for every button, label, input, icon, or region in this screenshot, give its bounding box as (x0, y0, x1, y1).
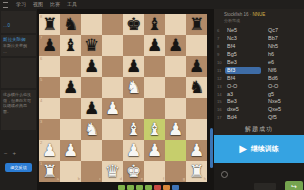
move-white-8[interactable]: Bf4 (225, 43, 266, 50)
result-square-5 (154, 185, 161, 190)
white-knight-e5[interactable]: ♞ (123, 77, 144, 98)
white-king-e1[interactable]: ♚ (123, 161, 144, 182)
play-icon: ▶ (239, 144, 247, 154)
square-a4[interactable]: 4 (39, 98, 60, 119)
rank-label-4: 4 (40, 99, 42, 103)
white-pawn-a2[interactable]: ♟ (39, 140, 60, 161)
continue-training-button[interactable]: ▶ 继续训练 (214, 135, 304, 163)
white-bishop-f3[interactable]: ♝ (144, 119, 165, 140)
square-e2[interactable]: ♟ (123, 140, 144, 161)
move-black-9[interactable]: h6 (266, 51, 304, 58)
white-rook-a1[interactable]: ♜ (39, 161, 60, 182)
move-white-16[interactable]: dxe5 (225, 106, 266, 113)
empty-card (1, 58, 36, 88)
menu-item-1[interactable]: 学习 (16, 0, 26, 9)
square-e5[interactable]: ♞ (123, 77, 144, 98)
square-h5[interactable]: ♞ (186, 77, 207, 98)
secondary-button[interactable] (254, 183, 276, 190)
square-e7[interactable] (123, 35, 144, 56)
move-row-11: 11Bf3Nf6 (214, 66, 304, 74)
square-c1[interactable]: c (81, 161, 102, 182)
menu-item-2[interactable]: 视图 (33, 0, 43, 9)
sidebar-score-card: …0 (1, 11, 36, 33)
panel-footer: ↪ (214, 163, 304, 190)
square-g8[interactable] (165, 14, 186, 35)
continue-training-label: 继续训练 (251, 144, 279, 154)
square-g4[interactable] (165, 98, 186, 119)
sidebar-top-link[interactable]: …0 (3, 23, 10, 28)
square-g6[interactable] (165, 56, 186, 77)
white-pawn-b2[interactable]: ♟ (60, 140, 81, 161)
move-row-17: 17Bd4Qf5 (214, 114, 304, 122)
square-g3[interactable]: ♟ (165, 119, 186, 140)
square-h3[interactable] (186, 119, 207, 140)
square-f5[interactable] (144, 77, 165, 98)
square-d6[interactable] (102, 56, 123, 77)
move-row-13: 13O-OO-O (214, 82, 304, 90)
square-b8[interactable]: ♞ (60, 14, 81, 35)
white-pawn-f2[interactable]: ♟ (144, 140, 165, 161)
engine-badge: NNUE (253, 12, 266, 17)
move-black-10[interactable]: e6 (266, 59, 304, 66)
square-f8[interactable]: ♝ (144, 14, 165, 35)
white-pawn-h2[interactable]: ♟ (186, 140, 207, 161)
file-label-b: b (78, 177, 80, 181)
result-square-7 (172, 185, 179, 190)
opening-card: 斯拉夫防御 半斯拉夫变例 … (1, 35, 36, 56)
white-queen-d1[interactable]: ♛ (102, 161, 123, 182)
move-row-12: 12Bf4Bd6 (214, 74, 304, 82)
square-g7[interactable]: ♟ (165, 35, 186, 56)
move-white-11[interactable]: Bf3 (225, 67, 261, 74)
square-g2[interactable] (165, 140, 186, 161)
black-pawn-b5[interactable]: ♟ (60, 77, 81, 98)
move-black-7[interactable]: Bb7 (266, 35, 304, 42)
square-b1[interactable]: b (60, 161, 81, 182)
move-number: 16 (214, 107, 225, 112)
move-white-6[interactable]: Ne5 (225, 27, 266, 34)
black-rook-a8[interactable]: ♜ (39, 14, 60, 35)
square-c6[interactable]: ♟ (81, 56, 102, 77)
move-white-13[interactable]: O-O (225, 83, 266, 90)
analysis-panel: Stockfish 16 · NNUE 分析完成 6Ne5Qc77Nc3Bb78… (214, 9, 304, 190)
square-g1[interactable]: g (165, 161, 186, 182)
move-number: 17 (214, 115, 225, 120)
square-a7[interactable]: 7♟ (39, 35, 60, 56)
square-c7[interactable]: ♛ (81, 35, 102, 56)
square-f1[interactable]: f (144, 161, 165, 182)
chess-board[interactable]: 8♜♞♚♝♜7♟♝♛♟♟6♟♟♟5♟♞♞4♟♟3♞♝♝♟2♟♟♟♟♟1a♜bcd… (39, 14, 207, 182)
black-pawn-a7[interactable]: ♟ (39, 35, 60, 56)
square-c5[interactable] (81, 77, 102, 98)
result-strip (118, 185, 179, 190)
square-f7[interactable]: ♟ (144, 35, 165, 56)
move-number: 10 (214, 60, 225, 65)
move-white-7[interactable]: Nc3 (225, 35, 266, 42)
move-number: 7 (214, 36, 225, 41)
square-c4[interactable]: ♟ (81, 98, 102, 119)
square-b5[interactable]: ♟ (60, 77, 81, 98)
move-number: 6 (214, 28, 225, 33)
white-pawn-g3[interactable]: ♟ (165, 119, 186, 140)
square-c3[interactable]: ♞ (81, 119, 102, 140)
next-puzzle-button[interactable]: ↪ (285, 181, 303, 190)
file-label-g: g (183, 177, 185, 181)
move-number: 13 (214, 84, 225, 89)
move-white-10[interactable]: Be3 (225, 59, 266, 66)
engine-name: Stockfish 16 · (224, 12, 251, 17)
move-row-9: 9Bg5h6 (214, 51, 304, 59)
result-square-6 (163, 185, 170, 190)
menubar: 学习视图比赛工具 (0, 0, 304, 9)
left-sidebar: …0 斯拉夫防御 半斯拉夫变例 … 这步棋什么也没做，但是白方可以继续改善局面。… (0, 9, 37, 190)
square-d2[interactable] (102, 140, 123, 161)
move-comment: 这步棋什么也没做，但是白方可以继续改善局面。 (3, 92, 34, 114)
square-e3[interactable]: ♝ (123, 119, 144, 140)
result-square-3 (136, 185, 143, 190)
square-d3[interactable] (102, 119, 123, 140)
move-number: 12 (214, 76, 225, 81)
black-knight-h5[interactable]: ♞ (186, 77, 207, 98)
move-black-8[interactable]: Nh5 (266, 43, 304, 50)
square-h2[interactable]: ♟ (186, 140, 207, 161)
square-f2[interactable]: ♟ (144, 140, 165, 161)
square-a3[interactable]: 3 (39, 119, 60, 140)
square-e4[interactable] (123, 98, 144, 119)
square-c2[interactable] (81, 140, 102, 161)
white-pawn-e2[interactable]: ♟ (123, 140, 144, 161)
result-square-1 (118, 185, 125, 190)
square-a2[interactable]: 2♟ (39, 140, 60, 161)
square-h6[interactable]: ♟ (186, 56, 207, 77)
move-row-7: 7Nc3Bb7 (214, 35, 304, 43)
move-number: 11 (214, 68, 225, 73)
move-row-6: 6Ne5Qc7 (214, 27, 304, 35)
square-d8[interactable] (102, 14, 123, 35)
black-pawn-f7[interactable]: ♟ (144, 35, 165, 56)
menu-item-4[interactable]: 工具 (67, 0, 77, 9)
move-black-6[interactable]: Qc7 (266, 27, 304, 34)
rank-label-5: 5 (40, 78, 42, 82)
move-row-16: 16dxe5Qxe5 (214, 106, 304, 114)
move-number: 15 (214, 99, 225, 104)
move-white-9[interactable]: Bg5 (225, 51, 266, 58)
square-e8[interactable]: ♚ (123, 14, 144, 35)
app-window: 学习视图比赛工具 …0 斯拉夫防御 半斯拉夫变例 … 这步棋什么也没做，但是白方… (0, 0, 304, 190)
square-c8[interactable] (81, 14, 102, 35)
square-b2[interactable]: ♟ (60, 140, 81, 161)
opening-sub-2: … (3, 49, 34, 55)
move-row-14: 14a3g5 (214, 90, 304, 98)
move-white-15[interactable]: Be3 (225, 98, 266, 105)
move-black-11[interactable]: Nf6 (266, 67, 304, 74)
square-d4[interactable]: ♟ (102, 98, 123, 119)
white-pawn-d4[interactable]: ♟ (102, 98, 123, 119)
result-square-4 (145, 185, 152, 190)
engine-status: 分析完成 (224, 18, 300, 23)
puzzle-result-text: 解题成功 (214, 125, 304, 134)
move-black-14[interactable]: g5 (266, 91, 304, 98)
move-white-12[interactable]: Bf4 (225, 75, 266, 82)
result-square-2 (127, 185, 134, 190)
zoom-in-icon[interactable]: + (13, 150, 17, 156)
square-h4[interactable] (186, 98, 207, 119)
sidebar-tools: − + 提交反馈 (0, 147, 37, 172)
black-pawn-c4[interactable]: ♟ (81, 98, 102, 119)
file-label-f: f (163, 177, 164, 181)
black-pawn-g7[interactable]: ♟ (165, 35, 186, 56)
square-h8[interactable]: ♜ (186, 14, 207, 35)
move-list: 6Ne5Qc77Nc3Bb78Bf4Nh59Bg5h610Be3e611Bf3N… (214, 27, 304, 122)
move-row-8: 8Bf4Nh5 (214, 43, 304, 51)
menu-item-3[interactable]: 比赛 (50, 0, 60, 9)
rank-label-6: 6 (40, 57, 42, 61)
white-bishop-e3[interactable]: ♝ (123, 119, 144, 140)
square-b4[interactable] (60, 98, 81, 119)
square-d1[interactable]: d♛ (102, 161, 123, 182)
zoom-out-icon[interactable]: − (4, 150, 8, 156)
black-pawn-c6[interactable]: ♟ (81, 56, 102, 77)
hint-icon[interactable] (221, 171, 228, 178)
square-b6[interactable] (60, 56, 81, 77)
move-black-16[interactable]: Qxe5 (266, 106, 304, 113)
scrollbar-thumb[interactable] (210, 128, 213, 168)
square-a8[interactable]: 8♜ (39, 14, 60, 35)
move-black-12[interactable]: Bd6 (266, 75, 304, 82)
move-white-14[interactable]: a3 (225, 91, 266, 98)
move-number: 9 (214, 52, 225, 57)
square-f6[interactable] (144, 56, 165, 77)
move-black-15[interactable]: Nxe5 (266, 98, 304, 105)
square-h1[interactable]: h♜ (186, 161, 207, 182)
square-d5[interactable] (102, 77, 123, 98)
black-rook-h8[interactable]: ♜ (186, 14, 207, 35)
square-d7[interactable] (102, 35, 123, 56)
square-a6[interactable]: 6 (39, 56, 60, 77)
square-b7[interactable]: ♝ (60, 35, 81, 56)
move-row-15: 15Be3Nxe5 (214, 98, 304, 106)
feedback-button[interactable]: 提交反馈 (5, 163, 32, 172)
square-e6[interactable]: ♟ (123, 56, 144, 77)
black-pawn-e6[interactable]: ♟ (123, 56, 144, 77)
white-knight-c3[interactable]: ♞ (81, 119, 102, 140)
move-black-13[interactable]: O-O (266, 83, 304, 90)
engine-header: Stockfish 16 · NNUE 分析完成 (214, 9, 304, 24)
square-g5[interactable] (165, 77, 186, 98)
move-row-10: 10Be3e6 (214, 59, 304, 67)
move-white-17[interactable]: Bd4 (225, 114, 266, 121)
square-a1[interactable]: 1a♜ (39, 161, 60, 182)
move-black-17[interactable]: Qf5 (266, 114, 304, 121)
square-f4[interactable] (144, 98, 165, 119)
file-label-c: c (99, 177, 101, 181)
rank-label-3: 3 (40, 120, 42, 124)
black-pawn-h6[interactable]: ♟ (186, 56, 207, 77)
square-a5[interactable]: 5 (39, 77, 60, 98)
move-number: 8 (214, 44, 225, 49)
black-bishop-f8[interactable]: ♝ (144, 14, 165, 35)
comment-card: 这步棋什么也没做，但是白方可以继续改善局面。 (1, 90, 36, 130)
move-number: 14 (214, 92, 225, 97)
square-f3[interactable]: ♝ (144, 119, 165, 140)
square-e1[interactable]: e♚ (123, 161, 144, 182)
square-h7[interactable] (186, 35, 207, 56)
square-b3[interactable] (60, 119, 81, 140)
menu-icon[interactable] (3, 2, 8, 8)
black-knight-b8[interactable]: ♞ (60, 14, 81, 35)
black-bishop-b7[interactable]: ♝ (60, 35, 81, 56)
black-queen-c7[interactable]: ♛ (81, 35, 102, 56)
black-king-e8[interactable]: ♚ (123, 14, 144, 35)
white-rook-h1[interactable]: ♜ (186, 161, 207, 182)
